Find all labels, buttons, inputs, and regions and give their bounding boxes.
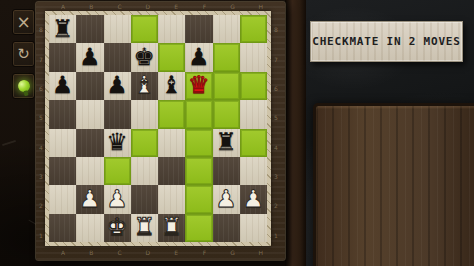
square-b2[interactable]: ♟: [76, 185, 103, 213]
square-f3[interactable]: [185, 157, 212, 185]
coord-label: 4: [37, 133, 45, 162]
square-a5[interactable]: [49, 100, 76, 128]
puzzle-banner-text: CHECKMATE IN 2 MOVES: [312, 35, 460, 48]
square-b6[interactable]: [76, 72, 103, 100]
square-h8[interactable]: [240, 15, 267, 43]
square-g4[interactable]: ♜: [213, 129, 240, 157]
piece-black-b-e6: ♝: [161, 72, 183, 99]
coord-label: G: [219, 249, 247, 257]
piece-white-p-b2: ♟: [79, 186, 101, 213]
square-e5[interactable]: [158, 100, 185, 128]
coord-label: B: [77, 249, 105, 257]
board-frame: ABCDEFGH ABCDEFGH 87654321 87654321 ♜♟♚♟…: [36, 2, 285, 260]
piece-black-p-b7: ♟: [79, 44, 101, 71]
square-g1[interactable]: [213, 214, 240, 242]
file-labels-top: ABCDEFGH: [49, 3, 275, 11]
square-a1[interactable]: [49, 214, 76, 242]
square-f4[interactable]: [185, 129, 212, 157]
coord-label: 8: [37, 15, 45, 44]
square-h5[interactable]: [240, 100, 267, 128]
coord-label: 3: [37, 162, 45, 191]
square-f5[interactable]: [185, 100, 212, 128]
coord-label: A: [49, 249, 77, 257]
square-g8[interactable]: [213, 15, 240, 43]
hint-bulb-icon: [16, 79, 31, 94]
restart-icon: ↻: [17, 47, 30, 62]
square-b4[interactable]: [76, 129, 103, 157]
board-border: ♜♟♚♟♟♟♝♝♛♛♜♟♟♟♟♚♜♜: [45, 11, 271, 246]
coord-label: 5: [37, 103, 45, 132]
piece-white-b-d6: ♝: [134, 72, 156, 99]
coord-label: 7: [272, 44, 280, 73]
square-f6[interactable]: ♛: [185, 72, 212, 100]
scratch-mark: [2, 140, 16, 146]
square-g7[interactable]: [213, 43, 240, 71]
square-c7[interactable]: [104, 43, 131, 71]
square-e2[interactable]: [158, 185, 185, 213]
coord-label: C: [106, 249, 134, 257]
coord-label: H: [247, 249, 275, 257]
square-h2[interactable]: ♟: [240, 185, 267, 213]
square-d4[interactable]: [131, 129, 158, 157]
square-g6[interactable]: [213, 72, 240, 100]
square-d5[interactable]: [131, 100, 158, 128]
square-e4[interactable]: [158, 129, 185, 157]
coord-label: E: [162, 3, 190, 11]
square-c6[interactable]: ♟: [104, 72, 131, 100]
coord-label: 6: [272, 74, 280, 103]
piece-black-q-c4: ♛: [106, 129, 128, 156]
square-h6[interactable]: [240, 72, 267, 100]
piece-black-k-d7: ♚: [134, 44, 156, 71]
coord-label: 2: [37, 191, 45, 220]
coord-label: H: [247, 3, 275, 11]
piece-black-r-a8: ♜: [52, 16, 74, 43]
square-d2[interactable]: [131, 185, 158, 213]
chess-board: ♜♟♚♟♟♟♝♝♛♛♜♟♟♟♟♚♜♜: [49, 15, 267, 242]
coord-label: D: [134, 3, 162, 11]
coord-label: 1: [272, 221, 280, 250]
square-d1[interactable]: ♜: [131, 214, 158, 242]
piece-white-p-c2: ♟: [106, 186, 128, 213]
square-f7[interactable]: ♟: [185, 43, 212, 71]
square-d7[interactable]: ♚: [131, 43, 158, 71]
close-icon: ×: [16, 14, 30, 31]
coord-label: E: [162, 249, 190, 257]
square-e6[interactable]: ♝: [158, 72, 185, 100]
square-b8[interactable]: [76, 15, 103, 43]
square-d6[interactable]: ♝: [131, 72, 158, 100]
square-c2[interactable]: ♟: [104, 185, 131, 213]
square-c1[interactable]: ♚: [104, 214, 131, 242]
piece-white-p-h2: ♟: [243, 186, 265, 213]
square-a8[interactable]: ♜: [49, 15, 76, 43]
coord-label: F: [190, 249, 218, 257]
square-f1[interactable]: [185, 214, 212, 242]
square-h4[interactable]: [240, 129, 267, 157]
square-a6[interactable]: ♟: [49, 72, 76, 100]
square-a4[interactable]: [49, 129, 76, 157]
square-h7[interactable]: [240, 43, 267, 71]
piece-white-p-g2: ♟: [215, 186, 237, 213]
square-b1[interactable]: [76, 214, 103, 242]
square-c5[interactable]: [104, 100, 131, 128]
square-h1[interactable]: [240, 214, 267, 242]
square-h3[interactable]: [240, 157, 267, 185]
piece-black-p-f7: ♟: [188, 44, 210, 71]
game-screen: × ↻ ABCDEFGH ABCDEFGH 87654321 87654321 …: [0, 0, 474, 266]
piece-black-p-a6: ♟: [52, 72, 74, 99]
close-button[interactable]: ×: [12, 9, 35, 35]
coord-label: 2: [272, 191, 280, 220]
file-labels-bottom: ABCDEFGH: [49, 249, 275, 257]
coord-label: C: [106, 3, 134, 11]
coord-label: A: [49, 3, 77, 11]
coord-label: 8: [272, 15, 280, 44]
piece-black-r-g4: ♜: [215, 129, 237, 156]
coord-label: 4: [272, 133, 280, 162]
restart-button[interactable]: ↻: [12, 41, 35, 67]
square-b5[interactable]: [76, 100, 103, 128]
square-e7[interactable]: [158, 43, 185, 71]
coord-label: B: [77, 3, 105, 11]
square-g5[interactable]: [213, 100, 240, 128]
square-g2[interactable]: ♟: [213, 185, 240, 213]
coord-label: 3: [272, 162, 280, 191]
side-wood-panel: [313, 103, 474, 266]
coord-label: 5: [272, 103, 280, 132]
rank-labels-left: 87654321: [37, 15, 45, 250]
puzzle-banner: CHECKMATE IN 2 MOVES: [310, 21, 463, 62]
piece-white-q-f6: ♛: [188, 72, 210, 99]
square-c3[interactable]: [104, 157, 131, 185]
piece-white-r-d1: ♜: [134, 214, 156, 241]
hint-button[interactable]: [12, 73, 35, 99]
square-a7[interactable]: [49, 43, 76, 71]
coord-label: 6: [37, 74, 45, 103]
square-c4[interactable]: ♛: [104, 129, 131, 157]
square-a2[interactable]: [49, 185, 76, 213]
square-b7[interactable]: ♟: [76, 43, 103, 71]
coord-label: F: [190, 3, 218, 11]
square-g3[interactable]: [213, 157, 240, 185]
rank-labels-right: 87654321: [272, 15, 280, 250]
square-b3[interactable]: [76, 157, 103, 185]
square-e1[interactable]: ♜: [158, 214, 185, 242]
piece-white-r-e1: ♜: [161, 214, 183, 241]
coord-label: D: [134, 249, 162, 257]
piece-black-p-c6: ♟: [106, 72, 128, 99]
square-f2[interactable]: [185, 185, 212, 213]
square-f8[interactable]: [185, 15, 212, 43]
coord-label: 1: [37, 221, 45, 250]
piece-white-k-c1: ♚: [106, 214, 128, 241]
square-e3[interactable]: [158, 157, 185, 185]
coord-label: 7: [37, 44, 45, 73]
square-d8[interactable]: [131, 15, 158, 43]
square-c8[interactable]: [104, 15, 131, 43]
square-e8[interactable]: [158, 15, 185, 43]
square-a3[interactable]: [49, 157, 76, 185]
square-d3[interactable]: [131, 157, 158, 185]
wood-beam: [285, 0, 306, 266]
coord-label: G: [219, 3, 247, 11]
